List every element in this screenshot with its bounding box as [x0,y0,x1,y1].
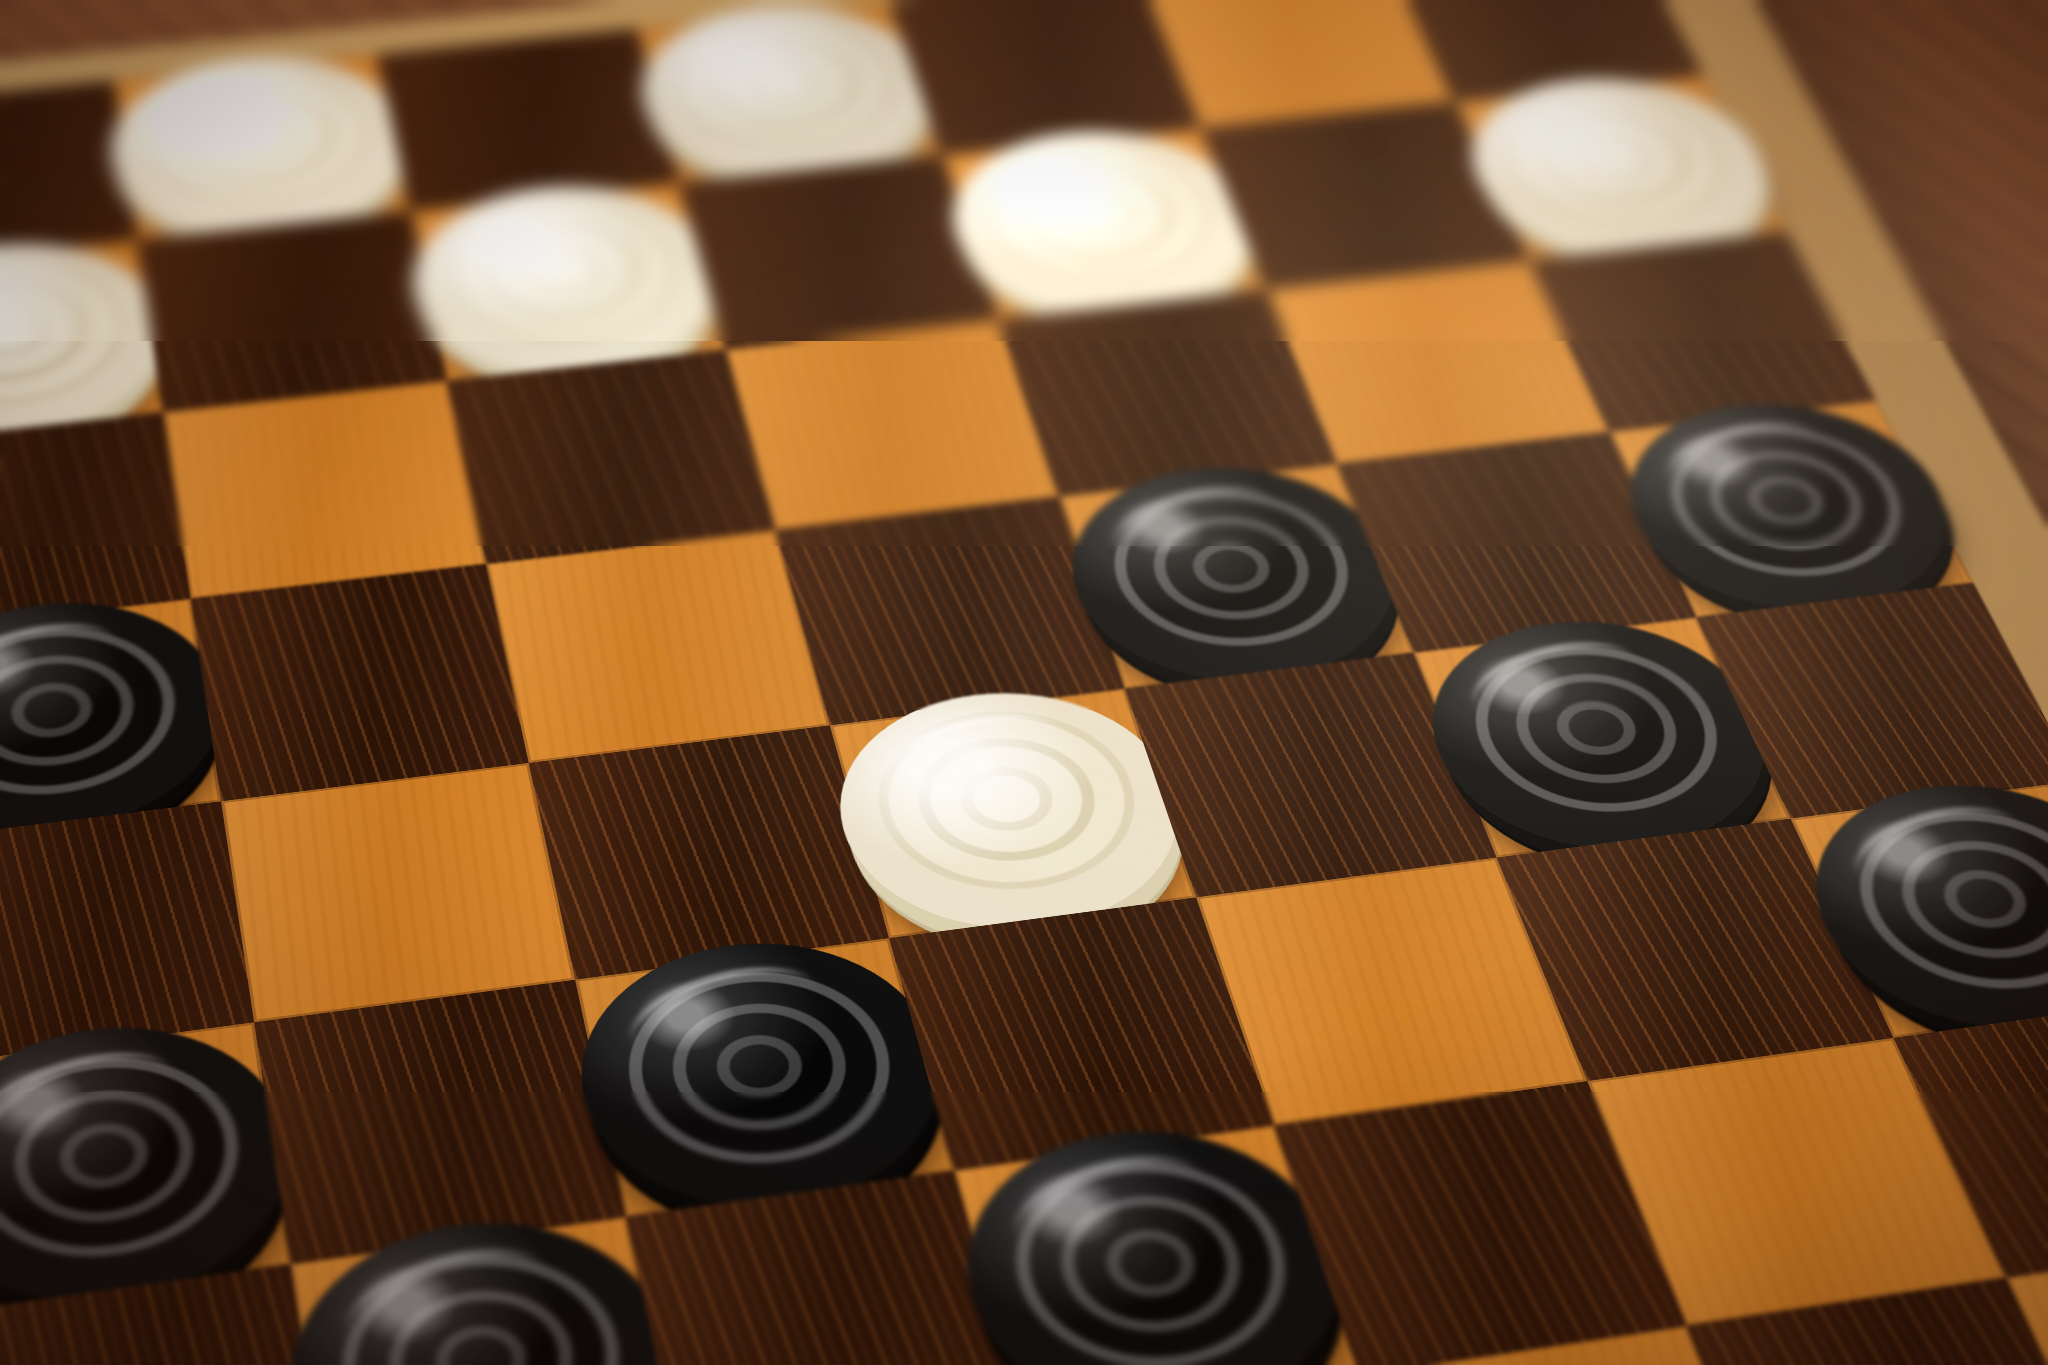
square-c6[interactable] [163,381,486,599]
square-b6[interactable] [0,412,191,634]
checkers-board: P [0,0,2048,1365]
square-c7[interactable] [137,211,447,412]
square-d7[interactable] [410,183,725,381]
square-d8[interactable] [377,28,679,211]
checkers-board-rim: P [0,0,2048,1365]
square-b4[interactable] [0,801,254,1065]
square-c3[interactable] [254,980,626,1264]
square-d3[interactable] [575,938,954,1217]
square-d6[interactable] [447,350,776,564]
square-b7[interactable] [0,240,163,444]
square-d5[interactable] [486,530,830,763]
square-c4[interactable] [221,763,575,1022]
square-c5[interactable] [191,564,529,801]
square-d4[interactable] [529,725,889,979]
square-b5[interactable] [0,599,221,841]
square-e8[interactable] [636,3,942,183]
square-c8[interactable] [113,54,410,240]
scene: P [0,0,2048,1365]
square-e7[interactable] [679,155,998,349]
square-b3[interactable] [0,1022,290,1312]
